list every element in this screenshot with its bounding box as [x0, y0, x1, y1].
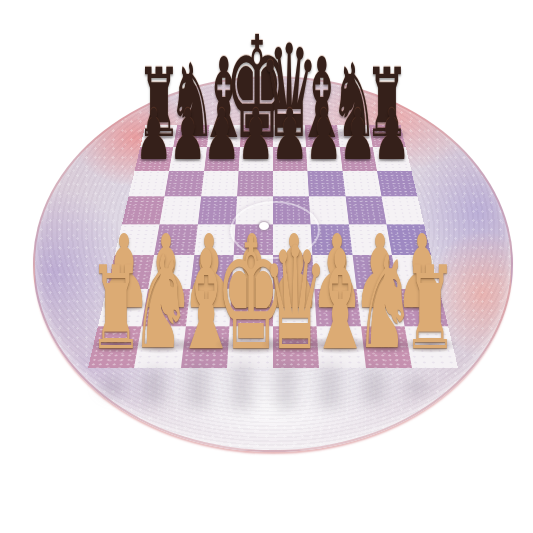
piece-dark-pawn-a7[interactable]: ♟: [136, 100, 174, 170]
piece-dark-pawn-d7[interactable]: ♟: [237, 100, 275, 170]
piece-dark-pawn-e7[interactable]: ♟: [271, 100, 309, 170]
photo-stage: ♜♞♝♚♛♝♞♜♟♟♟♟♟♟♟♟♟♟♟♟♟♟♟♟♜♞♝♚♛♝♞♜: [0, 0, 533, 533]
piece-dark-pawn-f7[interactable]: ♟: [305, 100, 343, 170]
piece-light-rook-h1[interactable]: ♜: [404, 250, 458, 365]
piece-dark-pawn-c7[interactable]: ♟: [203, 100, 241, 170]
piece-layer: ♜♞♝♚♛♝♞♜♟♟♟♟♟♟♟♟♟♟♟♟♟♟♟♟♜♞♝♚♛♝♞♜: [0, 0, 533, 533]
piece-dark-pawn-b7[interactable]: ♟: [169, 100, 207, 170]
piece-dark-pawn-h7[interactable]: ♟: [373, 100, 411, 170]
piece-dark-pawn-g7[interactable]: ♟: [339, 100, 377, 170]
